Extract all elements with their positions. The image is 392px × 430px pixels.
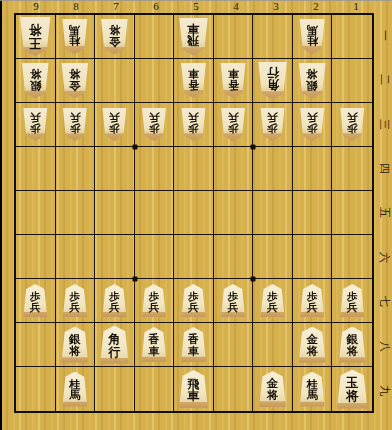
piece-kanji: 金将 [109, 24, 121, 47]
square-43[interactable]: 歩兵 [214, 103, 254, 147]
piece-king-sente[interactable]: 玉将 [336, 370, 369, 409]
piece-gold-gote[interactable]: 金将 [100, 19, 129, 55]
file-label-9: 9 [16, 0, 56, 13]
piece-pawn-sente[interactable]: 歩兵 [339, 284, 365, 317]
piece-lance-sente[interactable]: 香車 [180, 327, 207, 362]
rank-label-6: 六 [376, 235, 392, 279]
square-91[interactable]: 王将 [16, 15, 56, 59]
piece-pawn-gote[interactable]: 歩兵 [260, 108, 286, 141]
square-74[interactable] [95, 147, 135, 191]
piece-pawn-sente[interactable]: 歩兵 [299, 284, 325, 317]
square-63[interactable]: 歩兵 [135, 103, 175, 147]
square-35[interactable] [253, 191, 293, 235]
piece-kanji: 歩兵 [30, 113, 41, 134]
square-89[interactable]: 桂馬 [56, 367, 96, 411]
piece-kanji: 歩兵 [109, 291, 120, 312]
square-69[interactable] [135, 367, 175, 411]
piece-silver-gote[interactable]: 銀将 [21, 63, 50, 99]
file-label-8: 8 [56, 0, 96, 13]
square-41[interactable] [214, 15, 254, 59]
piece-pawn-gote[interactable]: 歩兵 [22, 108, 48, 141]
square-59[interactable]: 飛車 [174, 367, 214, 411]
square-22[interactable]: 銀将 [293, 59, 333, 103]
square-55[interactable] [174, 191, 214, 235]
piece-kanji: 歩兵 [228, 113, 239, 134]
rank-label-8: 八 [376, 324, 392, 368]
square-56[interactable] [174, 235, 214, 279]
piece-king-gote[interactable]: 王将 [19, 17, 52, 56]
square-52[interactable]: 香車 [174, 59, 214, 103]
piece-kanji: 金将 [69, 68, 81, 91]
piece-kanji: 桂馬 [307, 379, 318, 401]
square-28[interactable]: 金将 [293, 323, 333, 367]
file-label-1: 1 [336, 0, 376, 13]
piece-gold-gote[interactable]: 金将 [60, 63, 89, 99]
square-34[interactable] [253, 147, 293, 191]
square-84[interactable] [56, 147, 96, 191]
rank-label-3: 三 [376, 102, 392, 146]
square-38[interactable] [253, 323, 293, 367]
piece-silver-sente[interactable]: 銀将 [60, 327, 89, 363]
square-64[interactable] [135, 147, 175, 191]
rank-label-1: 一 [376, 13, 392, 57]
piece-pawn-gote[interactable]: 歩兵 [62, 108, 88, 141]
piece-kanji: 歩兵 [307, 291, 318, 312]
square-57[interactable]: 歩兵 [174, 279, 214, 323]
square-27[interactable]: 歩兵 [293, 279, 333, 323]
piece-pawn-sente[interactable]: 歩兵 [180, 284, 206, 317]
piece-pawn-gote[interactable]: 歩兵 [180, 108, 206, 141]
square-58[interactable]: 香車 [174, 323, 214, 367]
piece-pawn-sente[interactable]: 歩兵 [141, 284, 167, 317]
piece-kanji: 歩兵 [109, 113, 120, 134]
square-93[interactable]: 歩兵 [16, 103, 56, 147]
square-75[interactable] [95, 191, 135, 235]
file-labels: 987654321 [16, 0, 376, 13]
square-39[interactable]: 金将 [253, 367, 293, 411]
piece-kanji: 香車 [228, 68, 239, 90]
square-32[interactable]: 角行 [253, 59, 293, 103]
square-15[interactable] [332, 191, 372, 235]
square-11[interactable] [332, 15, 372, 59]
rank-labels: 一二三四五六七八九 [376, 13, 392, 413]
square-67[interactable]: 歩兵 [135, 279, 175, 323]
rank-label-9: 九 [376, 369, 392, 413]
square-19[interactable]: 玉将 [332, 367, 372, 411]
rank-label-4: 四 [376, 146, 392, 190]
piece-bishop-gote[interactable]: 角行 [257, 62, 288, 100]
piece-kanji: 歩兵 [149, 291, 160, 312]
piece-bishop-sente[interactable]: 角行 [99, 326, 130, 364]
square-16[interactable] [332, 235, 372, 279]
square-76[interactable] [95, 235, 135, 279]
square-53[interactable]: 歩兵 [174, 103, 214, 147]
piece-gold-sente[interactable]: 金将 [258, 371, 287, 407]
piece-gold-sente[interactable]: 金将 [298, 327, 327, 363]
piece-knight-gote[interactable]: 桂馬 [61, 19, 88, 54]
square-51[interactable]: 飛車 [174, 15, 214, 59]
rank-label-7: 七 [376, 280, 392, 324]
piece-kanji: 銀将 [69, 334, 81, 357]
square-23[interactable]: 歩兵 [293, 103, 333, 147]
piece-knight-sente[interactable]: 桂馬 [299, 372, 326, 407]
file-label-7: 7 [96, 0, 136, 13]
piece-kanji: 玉将 [346, 377, 359, 403]
square-85[interactable] [56, 191, 96, 235]
piece-kanji: 歩兵 [347, 291, 358, 312]
piece-rook-gote[interactable]: 飛車 [178, 18, 209, 56]
square-12[interactable] [332, 59, 372, 103]
square-77[interactable]: 歩兵 [95, 279, 135, 323]
square-46[interactable] [214, 235, 254, 279]
piece-lance-sente[interactable]: 香車 [140, 327, 167, 362]
piece-kanji: 銀将 [306, 68, 318, 91]
piece-pawn-gote[interactable]: 歩兵 [220, 108, 246, 141]
piece-kanji: 歩兵 [228, 291, 239, 312]
square-62[interactable] [135, 59, 175, 103]
square-87[interactable]: 歩兵 [56, 279, 96, 323]
square-92[interactable]: 銀将 [16, 59, 56, 103]
piece-silver-sente[interactable]: 銀将 [338, 327, 367, 363]
square-36[interactable] [253, 235, 293, 279]
piece-pawn-gote[interactable]: 歩兵 [101, 108, 127, 141]
piece-kanji: 香車 [188, 68, 199, 90]
piece-kanji: 桂馬 [307, 24, 318, 46]
square-82[interactable]: 金将 [56, 59, 96, 103]
piece-kanji: 飛車 [187, 23, 199, 47]
piece-kanji: 桂馬 [69, 379, 80, 401]
square-45[interactable] [214, 191, 254, 235]
file-label-6: 6 [136, 0, 176, 13]
piece-silver-gote[interactable]: 銀将 [298, 63, 327, 99]
file-label-5: 5 [176, 0, 216, 13]
square-78[interactable]: 角行 [95, 323, 135, 367]
shogi-app: 987654321 王将桂馬金将飛車桂馬銀将金将香車香車角行銀将歩兵歩兵歩兵歩兵… [0, 0, 392, 430]
square-96[interactable] [16, 235, 56, 279]
piece-kanji: 歩兵 [307, 113, 318, 134]
file-label-3: 3 [256, 0, 296, 13]
piece-kanji: 角行 [267, 67, 279, 91]
square-42[interactable]: 香車 [214, 59, 254, 103]
piece-knight-sente[interactable]: 桂馬 [61, 372, 88, 407]
piece-pawn-gote[interactable]: 歩兵 [299, 108, 325, 141]
square-26[interactable] [293, 235, 333, 279]
square-86[interactable] [56, 235, 96, 279]
square-88[interactable]: 銀将 [56, 323, 96, 367]
rank-label-2: 二 [376, 57, 392, 101]
piece-lance-gote[interactable]: 香車 [220, 63, 247, 98]
square-21[interactable]: 桂馬 [293, 15, 333, 59]
piece-kanji: 歩兵 [70, 113, 81, 134]
square-68[interactable]: 香車 [135, 323, 175, 367]
square-72[interactable] [95, 59, 135, 103]
piece-kanji: 金将 [267, 378, 279, 401]
square-18[interactable]: 銀将 [332, 323, 372, 367]
square-98[interactable] [16, 323, 56, 367]
piece-kanji: 香車 [148, 334, 159, 356]
piece-kanji: 歩兵 [267, 113, 278, 134]
square-65[interactable] [135, 191, 175, 235]
square-47[interactable]: 歩兵 [214, 279, 254, 323]
square-33[interactable]: 歩兵 [253, 103, 293, 147]
square-37[interactable]: 歩兵 [253, 279, 293, 323]
file-label-2: 2 [296, 0, 336, 13]
shogi-board: 王将桂馬金将飛車桂馬銀将金将香車香車角行銀将歩兵歩兵歩兵歩兵歩兵歩兵歩兵歩兵歩兵… [14, 13, 374, 413]
piece-lance-gote[interactable]: 香車 [180, 63, 207, 98]
piece-kanji: 香車 [188, 334, 199, 356]
piece-kanji: 歩兵 [267, 291, 278, 312]
square-61[interactable] [135, 15, 175, 59]
square-14[interactable] [332, 147, 372, 191]
square-97[interactable]: 歩兵 [16, 279, 56, 323]
square-94[interactable] [16, 147, 56, 191]
piece-kanji: 歩兵 [149, 113, 160, 134]
piece-pawn-gote[interactable]: 歩兵 [339, 108, 365, 141]
square-31[interactable] [253, 15, 293, 59]
piece-pawn-sente[interactable]: 歩兵 [220, 284, 246, 317]
square-83[interactable]: 歩兵 [56, 103, 96, 147]
square-17[interactable]: 歩兵 [332, 279, 372, 323]
square-81[interactable]: 桂馬 [56, 15, 96, 59]
square-99[interactable] [16, 367, 56, 411]
piece-kanji: 飛車 [187, 378, 199, 402]
piece-rook-sente[interactable]: 飛車 [178, 370, 209, 408]
piece-kanji: 金将 [306, 334, 318, 357]
piece-pawn-gote[interactable]: 歩兵 [141, 108, 167, 141]
square-73[interactable]: 歩兵 [95, 103, 135, 147]
piece-kanji: 銀将 [346, 334, 358, 357]
piece-knight-gote[interactable]: 桂馬 [299, 19, 326, 54]
piece-kanji: 王将 [29, 23, 42, 49]
piece-kanji: 歩兵 [188, 291, 199, 312]
file-label-4: 4 [216, 0, 256, 13]
square-54[interactable] [174, 147, 214, 191]
square-49[interactable] [214, 367, 254, 411]
square-79[interactable] [95, 367, 135, 411]
piece-kanji: 桂馬 [69, 24, 80, 46]
piece-pawn-sente[interactable]: 歩兵 [22, 284, 48, 317]
square-66[interactable] [135, 235, 175, 279]
piece-kanji: 角行 [108, 333, 120, 357]
piece-pawn-sente[interactable]: 歩兵 [260, 284, 286, 317]
square-71[interactable]: 金将 [95, 15, 135, 59]
piece-pawn-sente[interactable]: 歩兵 [62, 284, 88, 317]
piece-kanji: 歩兵 [70, 291, 81, 312]
square-29[interactable]: 桂馬 [293, 367, 333, 411]
square-24[interactable] [293, 147, 333, 191]
square-13[interactable]: 歩兵 [332, 103, 372, 147]
piece-pawn-sente[interactable]: 歩兵 [101, 284, 127, 317]
square-44[interactable] [214, 147, 254, 191]
piece-kanji: 歩兵 [188, 113, 199, 134]
piece-kanji: 歩兵 [30, 291, 41, 312]
rank-label-5: 五 [376, 191, 392, 235]
square-95[interactable] [16, 191, 56, 235]
piece-kanji: 銀将 [30, 68, 42, 91]
square-48[interactable] [214, 323, 254, 367]
piece-kanji: 歩兵 [347, 113, 358, 134]
square-25[interactable] [293, 191, 333, 235]
